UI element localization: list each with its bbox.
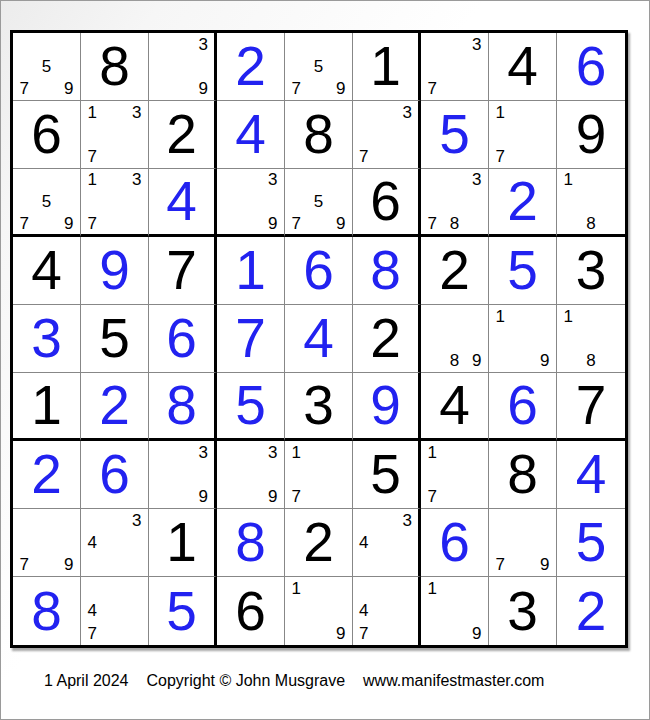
cell-value: 4 — [507, 39, 538, 94]
pencil-mark: 9 — [192, 486, 214, 508]
cell-value: 2 — [235, 39, 266, 94]
cell-r3c3[interactable]: 4 — [149, 169, 217, 237]
cell-value: 6 — [99, 447, 130, 502]
cell-value: 2 — [439, 243, 470, 298]
cell-r1c1[interactable]: 579 — [13, 33, 81, 101]
cell-r3c5[interactable]: 579 — [285, 169, 353, 237]
cell-value: 5 — [576, 515, 607, 570]
cell-value: 8 — [31, 584, 62, 639]
cell-r5c1[interactable]: 3 — [13, 305, 81, 373]
cell-r4c3[interactable]: 7 — [149, 237, 217, 305]
cell-value: 5 — [439, 107, 470, 162]
cell-value: 5 — [99, 311, 130, 366]
page: 5798392579137466137248375179579137439579… — [0, 0, 650, 720]
pencil-mark: 5 — [307, 55, 329, 77]
pencil-marks: 47 — [81, 577, 148, 645]
cell-r2c8[interactable]: 17 — [489, 101, 557, 169]
cell-r4c2[interactable]: 9 — [81, 237, 149, 305]
pencil-mark: 9 — [534, 554, 556, 576]
cell-r7c4[interactable]: 39 — [217, 441, 285, 509]
cell-value: 2 — [370, 311, 401, 366]
pencil-mark: 9 — [262, 486, 284, 508]
pencil-mark: 9 — [262, 212, 284, 234]
cell-value: 6 — [576, 39, 607, 94]
cell-r1c9[interactable]: 6 — [557, 33, 625, 101]
pencil-mark: 8 — [443, 212, 465, 234]
cell-value: 5 — [235, 378, 266, 433]
cell-r9c7[interactable]: 19 — [421, 577, 489, 645]
pencil-mark: 7 — [421, 78, 443, 100]
cell-r2c6[interactable]: 37 — [353, 101, 421, 169]
pencil-mark: 9 — [466, 350, 488, 372]
cell-r9c5[interactable]: 19 — [285, 577, 353, 645]
pencil-mark: 3 — [126, 101, 148, 123]
pencil-marks: 37 — [421, 33, 488, 100]
pencil-marks: 39 — [149, 441, 214, 508]
pencil-marks: 19 — [421, 577, 488, 645]
pencil-marks: 19 — [285, 577, 352, 645]
pencil-mark: 9 — [330, 212, 352, 234]
pencil-mark: 7 — [285, 212, 307, 234]
cell-r1c2[interactable]: 8 — [81, 33, 149, 101]
pencil-mark: 3 — [396, 101, 418, 123]
cell-r9c6[interactable]: 47 — [353, 577, 421, 645]
cell-r4c7[interactable]: 2 — [421, 237, 489, 305]
footer-copyright: Copyright © John Musgrave — [147, 672, 346, 690]
cell-r4c9[interactable]: 3 — [557, 237, 625, 305]
cell-r7c5[interactable]: 17 — [285, 441, 353, 509]
cell-value: 6 — [166, 311, 197, 366]
cell-value: 4 — [166, 174, 197, 229]
cell-value: 2 — [576, 584, 607, 639]
pencil-marks: 17 — [421, 441, 488, 508]
cell-r5c5[interactable]: 4 — [285, 305, 353, 373]
cell-r5c2[interactable]: 5 — [81, 305, 149, 373]
cell-r8c2[interactable]: 34 — [81, 509, 149, 577]
pencil-marks: 378 — [421, 169, 488, 234]
pencil-marks: 579 — [285, 169, 352, 234]
cell-r7c7[interactable]: 17 — [421, 441, 489, 509]
cell-value: 6 — [370, 174, 401, 229]
pencil-mark: 3 — [126, 169, 148, 191]
cell-r6c1[interactable]: 1 — [13, 373, 81, 441]
cell-value: 2 — [166, 107, 197, 162]
cell-value: 8 — [370, 243, 401, 298]
cell-value: 4 — [439, 378, 470, 433]
pencil-mark: 7 — [13, 212, 35, 234]
pencil-mark: 1 — [421, 441, 443, 463]
cell-value: 7 — [235, 311, 266, 366]
cell-r2c1[interactable]: 6 — [13, 101, 81, 169]
cell-value: 2 — [507, 174, 538, 229]
pencil-mark: 3 — [192, 441, 214, 463]
cell-value: 2 — [303, 515, 334, 570]
pencil-marks: 79 — [489, 509, 556, 576]
cell-value: 1 — [370, 39, 401, 94]
cell-value: 3 — [31, 311, 62, 366]
cell-r2c9[interactable]: 9 — [557, 101, 625, 169]
cell-r3c4[interactable]: 39 — [217, 169, 285, 237]
cell-r3c9[interactable]: 18 — [557, 169, 625, 237]
pencil-mark: 1 — [285, 441, 307, 463]
cell-r9c2[interactable]: 47 — [81, 577, 149, 645]
cell-r3c1[interactable]: 579 — [13, 169, 81, 237]
pencil-mark: 4 — [353, 531, 375, 553]
cell-value: 4 — [576, 447, 607, 502]
pencil-mark: 9 — [58, 554, 80, 576]
cell-r6c9[interactable]: 7 — [557, 373, 625, 441]
pencil-mark: 1 — [421, 577, 443, 600]
footer-website: www.manifestmaster.com — [363, 672, 544, 690]
pencil-mark: 7 — [421, 212, 443, 234]
cell-value: 4 — [235, 107, 266, 162]
pencil-mark: 7 — [489, 554, 511, 576]
cell-value: 6 — [31, 107, 62, 162]
cell-value: 4 — [31, 243, 62, 298]
cell-value: 7 — [576, 378, 607, 433]
cell-r8c5[interactable]: 2 — [285, 509, 353, 577]
cell-r4c8[interactable]: 5 — [489, 237, 557, 305]
cell-value: 1 — [235, 243, 266, 298]
cell-r7c2[interactable]: 6 — [81, 441, 149, 509]
cell-value: 6 — [439, 515, 470, 570]
cell-r7c1[interactable]: 2 — [13, 441, 81, 509]
cell-value: 3 — [303, 378, 334, 433]
pencil-mark: 3 — [126, 509, 148, 531]
pencil-marks: 39 — [149, 33, 214, 100]
pencil-mark: 8 — [580, 212, 603, 234]
cell-value: 9 — [576, 107, 607, 162]
cell-r9c3[interactable]: 5 — [149, 577, 217, 645]
pencil-mark: 3 — [466, 33, 488, 55]
cell-r1c8[interactable]: 4 — [489, 33, 557, 101]
pencil-mark: 7 — [81, 622, 103, 645]
pencil-marks: 34 — [81, 509, 148, 576]
pencil-mark: 4 — [81, 531, 103, 553]
cell-r8c8[interactable]: 79 — [489, 509, 557, 577]
pencil-mark: 7 — [81, 212, 103, 234]
pencil-mark: 7 — [421, 486, 443, 508]
pencil-mark: 5 — [35, 55, 57, 77]
pencil-mark: 9 — [58, 78, 80, 100]
pencil-mark: 7 — [353, 622, 375, 645]
pencil-mark: 7 — [285, 78, 307, 100]
pencil-mark: 3 — [262, 441, 284, 463]
cell-value: 5 — [166, 584, 197, 639]
pencil-mark: 7 — [13, 78, 35, 100]
cell-r9c9[interactable]: 2 — [557, 577, 625, 645]
pencil-mark: 7 — [81, 146, 103, 168]
cell-r3c2[interactable]: 137 — [81, 169, 149, 237]
cell-r7c6[interactable]: 5 — [353, 441, 421, 509]
pencil-mark: 5 — [35, 191, 57, 213]
pencil-marks: 137 — [81, 169, 148, 234]
pencil-mark: 1 — [489, 101, 511, 123]
cell-value: 3 — [507, 584, 538, 639]
pencil-marks: 89 — [421, 305, 488, 372]
pencil-marks: 19 — [489, 305, 556, 372]
cell-r5c7[interactable]: 89 — [421, 305, 489, 373]
pencil-mark: 8 — [443, 350, 465, 372]
pencil-marks: 39 — [217, 169, 284, 234]
pencil-marks: 579 — [13, 169, 80, 234]
pencil-marks: 34 — [353, 509, 418, 576]
pencil-marks: 17 — [489, 101, 556, 168]
pencil-marks: 18 — [557, 305, 625, 372]
cell-r1c5[interactable]: 579 — [285, 33, 353, 101]
cell-r2c3[interactable]: 2 — [149, 101, 217, 169]
pencil-marks: 37 — [353, 101, 418, 168]
pencil-mark: 9 — [192, 78, 214, 100]
cell-value: 8 — [99, 39, 130, 94]
cell-r6c8[interactable]: 6 — [489, 373, 557, 441]
cell-value: 3 — [576, 243, 607, 298]
cell-value: 6 — [235, 584, 266, 639]
pencil-mark: 3 — [192, 33, 214, 55]
cell-value: 6 — [303, 243, 334, 298]
cell-r8c9[interactable]: 5 — [557, 509, 625, 577]
pencil-mark: 9 — [534, 350, 556, 372]
cell-r6c6[interactable]: 9 — [353, 373, 421, 441]
pencil-marks: 18 — [557, 169, 625, 234]
footer-date: 1 April 2024 — [44, 672, 129, 690]
cell-r1c3[interactable]: 39 — [149, 33, 217, 101]
pencil-mark: 4 — [353, 600, 375, 623]
pencil-mark: 1 — [81, 169, 103, 191]
cell-value: 4 — [303, 311, 334, 366]
cell-r9c1[interactable]: 8 — [13, 577, 81, 645]
pencil-mark: 3 — [396, 509, 418, 531]
pencil-mark: 9 — [330, 622, 352, 645]
cell-r5c8[interactable]: 19 — [489, 305, 557, 373]
cell-r9c4[interactable]: 6 — [217, 577, 285, 645]
pencil-mark: 5 — [307, 191, 329, 213]
cell-r5c6[interactable]: 2 — [353, 305, 421, 373]
cell-r1c4[interactable]: 2 — [217, 33, 285, 101]
pencil-mark: 7 — [285, 486, 307, 508]
cell-r5c9[interactable]: 18 — [557, 305, 625, 373]
pencil-mark: 7 — [489, 146, 511, 168]
cell-r9c8[interactable]: 3 — [489, 577, 557, 645]
pencil-mark: 3 — [262, 169, 284, 191]
cell-r4c6[interactable]: 8 — [353, 237, 421, 305]
cell-r3c6[interactable]: 6 — [353, 169, 421, 237]
cell-r1c6[interactable]: 1 — [353, 33, 421, 101]
cell-r4c4[interactable]: 1 — [217, 237, 285, 305]
cell-value: 8 — [235, 515, 266, 570]
pencil-mark: 9 — [466, 622, 488, 645]
cell-value: 1 — [31, 378, 62, 433]
cell-r6c2[interactable]: 2 — [81, 373, 149, 441]
cell-r5c3[interactable]: 6 — [149, 305, 217, 373]
cell-r7c9[interactable]: 4 — [557, 441, 625, 509]
cell-value: 2 — [99, 378, 130, 433]
pencil-marks: 39 — [217, 441, 284, 508]
pencil-marks: 579 — [13, 33, 80, 100]
cell-value: 5 — [370, 447, 401, 502]
footer: 1 April 2024 Copyright © John Musgrave w… — [44, 672, 544, 690]
cell-value: 6 — [507, 378, 538, 433]
cell-value: 8 — [166, 378, 197, 433]
pencil-marks: 137 — [81, 101, 148, 168]
cell-r6c3[interactable]: 8 — [149, 373, 217, 441]
cell-r6c5[interactable]: 3 — [285, 373, 353, 441]
cell-r2c5[interactable]: 8 — [285, 101, 353, 169]
cell-r6c4[interactable]: 5 — [217, 373, 285, 441]
cell-r4c1[interactable]: 4 — [13, 237, 81, 305]
cell-value: 5 — [507, 243, 538, 298]
cell-value: 8 — [303, 107, 334, 162]
pencil-mark: 7 — [353, 146, 375, 168]
cell-r2c4[interactable]: 4 — [217, 101, 285, 169]
pencil-marks: 79 — [13, 509, 80, 576]
cell-r2c7[interactable]: 5 — [421, 101, 489, 169]
cell-r3c7[interactable]: 378 — [421, 169, 489, 237]
pencil-mark: 9 — [58, 212, 80, 234]
cell-r3c8[interactable]: 2 — [489, 169, 557, 237]
cell-value: 9 — [99, 243, 130, 298]
cell-value: 2 — [31, 447, 62, 502]
cell-r7c3[interactable]: 39 — [149, 441, 217, 509]
cell-r8c7[interactable]: 6 — [421, 509, 489, 577]
pencil-mark: 3 — [466, 169, 488, 191]
pencil-mark: 1 — [557, 305, 580, 327]
pencil-marks: 47 — [353, 577, 418, 645]
pencil-marks: 579 — [285, 33, 352, 100]
cell-r6c7[interactable]: 4 — [421, 373, 489, 441]
cell-r4c5[interactable]: 6 — [285, 237, 353, 305]
pencil-marks: 17 — [285, 441, 352, 508]
pencil-mark: 1 — [489, 305, 511, 327]
cell-r2c2[interactable]: 137 — [81, 101, 149, 169]
cell-r8c6[interactable]: 34 — [353, 509, 421, 577]
cell-r8c4[interactable]: 8 — [217, 509, 285, 577]
cell-value: 1 — [166, 515, 197, 570]
sudoku-board: 5798392579137466137248375179579137439579… — [10, 30, 628, 648]
cell-r8c3[interactable]: 1 — [149, 509, 217, 577]
pencil-mark: 4 — [81, 600, 103, 623]
pencil-mark: 1 — [557, 169, 580, 191]
cell-value: 7 — [166, 243, 197, 298]
pencil-mark: 7 — [13, 554, 35, 576]
cell-value: 9 — [370, 378, 401, 433]
pencil-mark: 1 — [285, 577, 307, 600]
cell-r8c1[interactable]: 79 — [13, 509, 81, 577]
cell-r5c4[interactable]: 7 — [217, 305, 285, 373]
cell-value: 8 — [507, 447, 538, 502]
pencil-mark: 1 — [81, 101, 103, 123]
pencil-mark: 8 — [580, 350, 603, 372]
cell-r7c8[interactable]: 8 — [489, 441, 557, 509]
pencil-mark: 9 — [330, 78, 352, 100]
cell-r1c7[interactable]: 37 — [421, 33, 489, 101]
